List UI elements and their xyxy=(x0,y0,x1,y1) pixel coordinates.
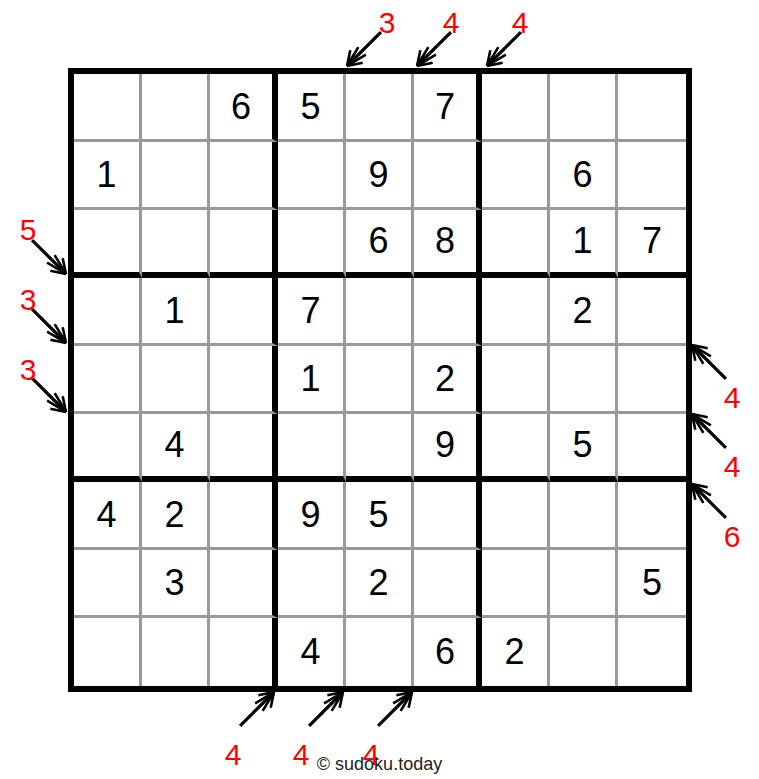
cell-r3c4[interactable] xyxy=(278,210,346,278)
clue-arrowhead-barb xyxy=(692,414,708,417)
cell-r6c7[interactable] xyxy=(482,414,550,482)
given-digit: 4 xyxy=(164,427,184,463)
clue-right-6: 6 xyxy=(692,484,740,553)
cell-r5c9[interactable] xyxy=(618,346,686,414)
clue-arrowhead-barb xyxy=(347,55,366,66)
clue-arrowhead-barb xyxy=(692,345,711,356)
cell-r6c3[interactable] xyxy=(210,414,278,482)
cell-r4c2[interactable]: 1 xyxy=(142,278,210,346)
cell-r3c9[interactable]: 7 xyxy=(618,210,686,278)
cell-r2c6[interactable] xyxy=(414,142,482,210)
clue-top-4: 4 xyxy=(417,6,459,66)
given-digit: 7 xyxy=(300,293,320,329)
given-digit: 2 xyxy=(164,497,184,533)
clue-arrow-shaft xyxy=(309,692,343,726)
cell-r8c4[interactable] xyxy=(278,550,346,618)
clue-value: 3 xyxy=(20,283,37,316)
cell-r2c5[interactable]: 9 xyxy=(346,142,414,210)
cell-r9c3[interactable] xyxy=(210,618,278,686)
clue-left-3: 3 xyxy=(20,353,66,412)
clue-arrowhead-barb xyxy=(692,414,695,430)
cell-r9c6[interactable]: 6 xyxy=(414,618,482,686)
given-digit: 9 xyxy=(368,157,388,193)
clue-arrow-shaft xyxy=(32,378,66,412)
clue-arrowhead-barb xyxy=(396,692,412,695)
given-digit: 6 xyxy=(572,157,592,193)
cell-r9c8[interactable] xyxy=(550,618,618,686)
cell-r8c7[interactable] xyxy=(482,550,550,618)
cell-r2c4[interactable] xyxy=(278,142,346,210)
cell-r3c5[interactable]: 6 xyxy=(346,210,414,278)
cell-r7c8[interactable] xyxy=(550,482,618,550)
given-digit: 7 xyxy=(435,89,455,125)
given-digit: 5 xyxy=(368,497,388,533)
cell-r2c1[interactable]: 1 xyxy=(74,142,142,210)
clue-arrowhead-barb xyxy=(63,396,66,412)
clue-arrowhead-barb xyxy=(487,63,503,66)
given-digit: 1 xyxy=(164,293,184,329)
cell-r9c9[interactable] xyxy=(618,618,686,686)
clue-arrowhead-barb xyxy=(47,263,66,274)
clue-arrowhead-barb xyxy=(692,414,703,433)
clue-arrowhead-barb xyxy=(50,340,66,343)
clue-arrowhead-barb xyxy=(417,63,433,66)
clue-arrowhead-barb xyxy=(55,255,66,274)
cell-r1c6[interactable]: 7 xyxy=(414,74,482,142)
cell-r8c2[interactable]: 3 xyxy=(142,550,210,618)
cell-r6c2[interactable]: 4 xyxy=(142,414,210,482)
clue-value: 5 xyxy=(20,213,37,246)
clue-arrowhead-barb xyxy=(347,63,363,66)
cell-r6c6[interactable]: 9 xyxy=(414,414,482,482)
clue-arrowhead-barb xyxy=(487,55,506,66)
clue-arrowhead-barb xyxy=(63,258,66,274)
clue-arrowhead-barb xyxy=(327,692,343,695)
given-digit: 7 xyxy=(642,223,662,259)
cell-r9c1[interactable] xyxy=(74,618,142,686)
cell-r5c2[interactable] xyxy=(142,346,210,414)
cell-r1c1[interactable] xyxy=(74,74,142,142)
clue-arrowhead-barb xyxy=(324,692,343,703)
given-digit: 4 xyxy=(300,634,320,670)
cell-r7c2[interactable]: 2 xyxy=(142,482,210,550)
cell-r3c3[interactable] xyxy=(210,210,278,278)
cell-r7c6[interactable] xyxy=(414,482,482,550)
clue-arrowhead-barb xyxy=(401,692,412,711)
clue-arrowhead-barb xyxy=(692,345,703,364)
clue-arrow-shaft xyxy=(692,414,726,448)
clue-arrowhead-barb xyxy=(47,332,66,343)
clue-arrowhead-barb xyxy=(487,47,498,66)
given-digit: 1 xyxy=(96,157,116,193)
clue-left-3: 3 xyxy=(20,283,66,343)
clue-arrow-shaft xyxy=(692,484,726,518)
clue-arrow-shaft xyxy=(378,692,412,726)
cell-r1c4[interactable]: 5 xyxy=(278,74,346,142)
clue-arrowhead-barb xyxy=(692,484,703,503)
clue-arrow-shaft xyxy=(692,345,726,379)
cell-r4c8[interactable]: 2 xyxy=(550,278,618,346)
clue-arrowhead-barb xyxy=(417,55,436,66)
clue-arrowhead-barb xyxy=(487,50,490,66)
clue-arrowhead-barb xyxy=(347,47,358,66)
clue-arrowhead-barb xyxy=(347,50,350,66)
cell-r5c8[interactable] xyxy=(550,346,618,414)
cell-r4c5[interactable] xyxy=(346,278,414,346)
clue-arrowhead-barb xyxy=(63,327,66,343)
cell-r9c7[interactable]: 2 xyxy=(482,618,550,686)
cell-r4c3[interactable] xyxy=(210,278,278,346)
clue-right-4: 4 xyxy=(692,345,740,414)
clue-arrowhead-barb xyxy=(271,692,274,708)
cell-r4c7[interactable] xyxy=(482,278,550,346)
cell-r8c5[interactable]: 2 xyxy=(346,550,414,618)
given-digit: 5 xyxy=(300,89,320,125)
cell-r9c5[interactable] xyxy=(346,618,414,686)
given-digit: 2 xyxy=(368,565,388,601)
clue-arrowhead-barb xyxy=(258,692,274,695)
cell-r7c3[interactable] xyxy=(210,482,278,550)
cell-r1c9[interactable] xyxy=(618,74,686,142)
cell-r8c8[interactable] xyxy=(550,550,618,618)
cell-r5c1[interactable] xyxy=(74,346,142,414)
clue-arrowhead-barb xyxy=(692,345,695,361)
cell-r4c6[interactable] xyxy=(414,278,482,346)
given-digit: 2 xyxy=(504,634,524,670)
given-digit: 9 xyxy=(435,427,455,463)
given-digit: 6 xyxy=(231,89,251,125)
cell-r9c2[interactable] xyxy=(142,618,210,686)
given-digit: 4 xyxy=(96,497,116,533)
cell-r2c8[interactable]: 6 xyxy=(550,142,618,210)
cell-r6c1[interactable] xyxy=(74,414,142,482)
clue-arrowhead-barb xyxy=(55,324,66,343)
clue-arrowhead-barb xyxy=(55,393,66,412)
cell-r6c8[interactable]: 5 xyxy=(550,414,618,482)
copyright: © sudoku.today xyxy=(0,754,759,775)
clue-arrowhead-barb xyxy=(409,692,412,708)
cell-r3c7[interactable] xyxy=(482,210,550,278)
cell-r2c3[interactable] xyxy=(210,142,278,210)
cell-r4c4[interactable]: 7 xyxy=(278,278,346,346)
given-digit: 1 xyxy=(572,223,592,259)
clue-left-5: 5 xyxy=(20,213,66,274)
clue-arrow-shaft xyxy=(240,692,274,726)
cell-r5c6[interactable]: 2 xyxy=(414,346,482,414)
given-digit: 3 xyxy=(164,565,184,601)
clue-arrowhead-barb xyxy=(692,484,708,487)
clue-arrowhead-barb xyxy=(50,409,66,412)
given-digit: 6 xyxy=(368,223,388,259)
cell-r6c9[interactable] xyxy=(618,414,686,482)
clue-value: 3 xyxy=(379,6,396,39)
clue-arrowhead-barb xyxy=(50,271,66,274)
cell-r7c1[interactable]: 4 xyxy=(74,482,142,550)
cell-r3c6[interactable]: 8 xyxy=(414,210,482,278)
clue-arrowhead-barb xyxy=(692,484,695,500)
clue-value: 6 xyxy=(724,520,741,553)
clue-arrowhead-barb xyxy=(393,692,412,703)
cell-r8c9[interactable]: 5 xyxy=(618,550,686,618)
sudoku-board: 6571966817172124954295325462 xyxy=(68,68,692,692)
cell-r8c1[interactable] xyxy=(74,550,142,618)
clue-value: 4 xyxy=(724,381,741,414)
cell-r5c3[interactable] xyxy=(210,346,278,414)
clue-arrowhead-barb xyxy=(692,414,711,425)
clue-arrow-shaft xyxy=(487,32,521,66)
clue-arrowhead-barb xyxy=(417,47,428,66)
cell-r1c3[interactable]: 6 xyxy=(210,74,278,142)
cell-r3c2[interactable] xyxy=(142,210,210,278)
clue-arrowhead-barb xyxy=(417,50,420,66)
given-digit: 6 xyxy=(435,634,455,670)
cell-r7c5[interactable]: 5 xyxy=(346,482,414,550)
cell-r3c8[interactable]: 1 xyxy=(550,210,618,278)
given-digit: 9 xyxy=(300,497,320,533)
cell-r7c9[interactable] xyxy=(618,482,686,550)
cell-r2c9[interactable] xyxy=(618,142,686,210)
given-digit: 1 xyxy=(300,361,320,397)
cell-r1c2[interactable] xyxy=(142,74,210,142)
clue-arrowhead-barb xyxy=(255,692,274,703)
cell-r9c4[interactable]: 4 xyxy=(278,618,346,686)
cell-r7c7[interactable] xyxy=(482,482,550,550)
cell-r2c2[interactable] xyxy=(142,142,210,210)
cell-r8c3[interactable] xyxy=(210,550,278,618)
cell-r5c5[interactable] xyxy=(346,346,414,414)
cell-r2c7[interactable] xyxy=(482,142,550,210)
clue-top-4: 4 xyxy=(487,6,528,66)
cell-r4c9[interactable] xyxy=(618,278,686,346)
puzzle-stage: 6571966817172124954295325462 34453344644… xyxy=(0,0,759,779)
given-digit: 8 xyxy=(435,223,455,259)
cell-r1c5[interactable] xyxy=(346,74,414,142)
clue-arrowhead-barb xyxy=(340,692,343,708)
clue-arrowhead-barb xyxy=(692,345,708,348)
cell-r1c7[interactable] xyxy=(482,74,550,142)
clue-value: 3 xyxy=(20,353,37,386)
cell-r1c8[interactable] xyxy=(550,74,618,142)
clue-arrowhead-barb xyxy=(332,692,343,711)
cell-r4c1[interactable] xyxy=(74,278,142,346)
cell-r8c6[interactable] xyxy=(414,550,482,618)
clue-arrow-shaft xyxy=(32,240,66,274)
clue-top-3: 3 xyxy=(347,6,395,66)
clue-arrow-shaft xyxy=(347,32,381,66)
cell-r7c4[interactable]: 9 xyxy=(278,482,346,550)
clue-value: 4 xyxy=(724,450,741,483)
cell-r6c5[interactable] xyxy=(346,414,414,482)
clue-arrowhead-barb xyxy=(692,484,711,495)
given-digit: 5 xyxy=(572,427,592,463)
clue-arrowhead-barb xyxy=(263,692,274,711)
cell-r5c7[interactable] xyxy=(482,346,550,414)
clue-right-4: 4 xyxy=(692,414,740,483)
clue-value: 4 xyxy=(512,6,529,39)
given-digit: 2 xyxy=(435,361,455,397)
clue-arrow-shaft xyxy=(417,32,451,66)
cell-r5c4[interactable]: 1 xyxy=(278,346,346,414)
cell-r3c1[interactable] xyxy=(74,210,142,278)
given-digit: 5 xyxy=(642,565,662,601)
clue-arrow-shaft xyxy=(32,309,66,343)
given-digit: 2 xyxy=(572,293,592,329)
clue-arrowhead-barb xyxy=(47,401,66,412)
cell-r6c4[interactable] xyxy=(278,414,346,482)
clue-value: 4 xyxy=(443,6,460,39)
